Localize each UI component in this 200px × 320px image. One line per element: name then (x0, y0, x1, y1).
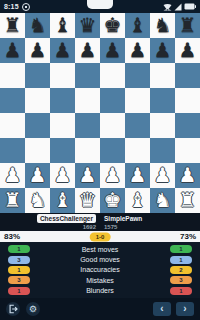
white-pawn: ♟ (154, 163, 172, 188)
square-c2[interactable]: ♟ (50, 163, 75, 188)
square-h6[interactable] (175, 63, 200, 88)
white-rook: ♜ (179, 188, 197, 213)
square-c1[interactable]: ♝ (50, 188, 75, 213)
square-h3[interactable] (175, 138, 200, 163)
square-h5[interactable] (175, 88, 200, 113)
black-bishop: ♝ (129, 13, 147, 38)
square-a1[interactable]: ♜ (0, 188, 25, 213)
next-move-button[interactable]: › (176, 302, 194, 316)
player-white-name: ChessChallenger (37, 214, 96, 223)
player-black-rating: 1575 (104, 224, 117, 230)
white-pawn: ♟ (179, 163, 197, 188)
gear-icon: ⚙ (29, 305, 37, 314)
exit-icon (8, 304, 18, 314)
accuracy-white: 83% (4, 232, 20, 241)
black-knight: ♞ (29, 13, 47, 38)
battery-icon (184, 3, 196, 10)
square-b6[interactable] (25, 63, 50, 88)
square-b7[interactable]: ♟ (25, 38, 50, 63)
stat-label: Blunders (30, 287, 170, 294)
square-h1[interactable]: ♜ (175, 188, 200, 213)
square-c3[interactable] (50, 138, 75, 163)
white-pawn: ♟ (54, 163, 72, 188)
square-c4[interactable] (50, 113, 75, 138)
settings-button[interactable]: ⚙ (26, 302, 40, 316)
square-b2[interactable]: ♟ (25, 163, 50, 188)
square-f6[interactable] (125, 63, 150, 88)
square-d3[interactable] (75, 138, 100, 163)
square-g3[interactable] (150, 138, 175, 163)
square-d8[interactable]: ♛ (75, 13, 100, 38)
square-e6[interactable] (100, 63, 125, 88)
stat-count-right: 2 (170, 266, 192, 274)
black-king: ♚ (104, 13, 122, 38)
white-queen: ♛ (79, 188, 97, 213)
white-bishop: ♝ (129, 188, 147, 213)
stat-count-right: 1 (170, 256, 192, 264)
square-b4[interactable] (25, 113, 50, 138)
black-pawn: ♟ (54, 38, 72, 63)
stat-count-right: 3 (170, 276, 192, 284)
white-bishop: ♝ (54, 188, 72, 213)
app-screen: 8:15 ♜♞♝♛♚♝♞♜♟♟♟♟♟♟♟♟♟♟♟♟♟♟♟♟♜♞♝♛♚♝♞♜ Ch… (0, 0, 200, 320)
square-e7[interactable]: ♟ (100, 38, 125, 63)
square-a7[interactable]: ♟ (0, 38, 25, 63)
stat-count-right: 1 (170, 245, 192, 253)
square-f8[interactable]: ♝ (125, 13, 150, 38)
black-pawn: ♟ (129, 38, 147, 63)
stat-count-left: 1 (8, 245, 30, 253)
square-f2[interactable]: ♟ (125, 163, 150, 188)
square-f5[interactable] (125, 88, 150, 113)
stat-label: Inaccuracies (30, 266, 170, 273)
black-rook: ♜ (179, 13, 197, 38)
clock-time: 8:15 (4, 3, 19, 10)
white-pawn: ♟ (104, 163, 122, 188)
camera-notch (87, 0, 113, 9)
black-pawn: ♟ (4, 38, 22, 63)
white-pawn: ♟ (129, 163, 147, 188)
black-pawn: ♟ (79, 38, 97, 63)
square-c8[interactable]: ♝ (50, 13, 75, 38)
square-a3[interactable] (0, 138, 25, 163)
square-d4[interactable] (75, 113, 100, 138)
square-f3[interactable] (125, 138, 150, 163)
stat-label: Best moves (30, 246, 170, 253)
bottom-bar: ⚙ ‹ › (0, 298, 200, 320)
square-a8[interactable]: ♜ (0, 13, 25, 38)
square-b5[interactable] (25, 88, 50, 113)
square-h7[interactable]: ♟ (175, 38, 200, 63)
square-g4[interactable] (150, 113, 175, 138)
square-e8[interactable]: ♚ (100, 13, 125, 38)
player-black: SimplePawn 1575 (100, 213, 200, 231)
white-knight: ♞ (154, 188, 172, 213)
stat-count-left: 1 (8, 287, 30, 295)
square-a6[interactable] (0, 63, 25, 88)
prev-move-button[interactable]: ‹ (153, 302, 171, 316)
stat-row-inaccuracies: 1Inaccuracies2 (0, 266, 200, 274)
player-black-name: SimplePawn (104, 214, 142, 223)
square-b1[interactable]: ♞ (25, 188, 50, 213)
stat-count-left: 1 (8, 266, 30, 274)
square-e4[interactable] (100, 113, 125, 138)
square-b8[interactable]: ♞ (25, 13, 50, 38)
square-f4[interactable] (125, 113, 150, 138)
square-g2[interactable]: ♟ (150, 163, 175, 188)
stat-row-mistakes: 3Mistakes3 (0, 276, 200, 284)
player-white: ChessChallenger 1692 (0, 213, 100, 231)
white-pawn: ♟ (4, 163, 22, 188)
square-f1[interactable]: ♝ (125, 188, 150, 213)
square-g7[interactable]: ♟ (150, 38, 175, 63)
result-badge: 1-0 (90, 232, 111, 241)
black-knight: ♞ (154, 13, 172, 38)
player-white-rating: 1692 (83, 224, 96, 230)
black-rook: ♜ (4, 13, 22, 38)
square-f7[interactable]: ♟ (125, 38, 150, 63)
stat-row-blunders: 1Blunders1 (0, 287, 200, 295)
stat-count-right: 1 (170, 287, 192, 295)
square-a5[interactable] (0, 88, 25, 113)
exit-button[interactable] (6, 302, 20, 316)
square-h2[interactable]: ♟ (175, 163, 200, 188)
square-e2[interactable]: ♟ (100, 163, 125, 188)
black-queen: ♛ (79, 13, 97, 38)
stat-label: Mistakes (30, 277, 170, 284)
white-king: ♚ (104, 188, 122, 213)
square-h8[interactable]: ♜ (175, 13, 200, 38)
white-pawn: ♟ (29, 163, 47, 188)
players-bar: ChessChallenger 1692 SimplePawn 1575 (0, 213, 200, 231)
square-d5[interactable] (75, 88, 100, 113)
white-rook: ♜ (4, 188, 22, 213)
stat-count-left: 3 (8, 276, 30, 284)
square-c6[interactable] (50, 63, 75, 88)
stat-row-good-moves: 3Good moves1 (0, 256, 200, 264)
square-h4[interactable] (175, 113, 200, 138)
stat-count-left: 3 (8, 256, 30, 264)
square-e1[interactable]: ♚ (100, 188, 125, 213)
square-g1[interactable]: ♞ (150, 188, 175, 213)
square-c5[interactable] (50, 88, 75, 113)
signal-icon (174, 3, 182, 11)
square-d2[interactable]: ♟ (75, 163, 100, 188)
square-g6[interactable] (150, 63, 175, 88)
white-pawn: ♟ (79, 163, 97, 188)
square-d1[interactable]: ♛ (75, 188, 100, 213)
square-c7[interactable]: ♟ (50, 38, 75, 63)
move-quality-stats: 1Best moves13Good moves11Inaccuracies23M… (0, 242, 200, 298)
square-a4[interactable] (0, 113, 25, 138)
square-a2[interactable]: ♟ (0, 163, 25, 188)
square-e3[interactable] (100, 138, 125, 163)
square-d7[interactable]: ♟ (75, 38, 100, 63)
app-status-icon (22, 3, 30, 11)
stat-row-best-moves: 1Best moves1 (0, 245, 200, 253)
square-b3[interactable] (25, 138, 50, 163)
square-g5[interactable] (150, 88, 175, 113)
black-pawn: ♟ (179, 38, 197, 63)
black-pawn: ♟ (29, 38, 47, 63)
white-knight: ♞ (29, 188, 47, 213)
accuracy-black: 73% (180, 232, 196, 241)
accuracy-bar: 83% 1-0 73% (0, 231, 200, 242)
black-pawn: ♟ (154, 38, 172, 63)
square-g8[interactable]: ♞ (150, 13, 175, 38)
status-bar: 8:15 (0, 0, 200, 13)
stat-label: Good moves (30, 256, 170, 263)
black-bishop: ♝ (54, 13, 72, 38)
chess-board: ♜♞♝♛♚♝♞♜♟♟♟♟♟♟♟♟♟♟♟♟♟♟♟♟♜♞♝♛♚♝♞♜ (0, 13, 200, 213)
square-d6[interactable] (75, 63, 100, 88)
square-e5[interactable] (100, 88, 125, 113)
black-pawn: ♟ (104, 38, 122, 63)
wifi-icon (163, 3, 172, 11)
